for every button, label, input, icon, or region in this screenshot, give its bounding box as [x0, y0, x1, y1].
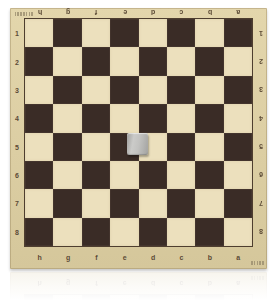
square-f5 [82, 133, 110, 161]
square-b7 [195, 189, 223, 217]
square-h3 [25, 76, 53, 104]
maker-mark-top-left [13, 12, 33, 16]
chessboard: hgfedcba hgfedcba 12345678 12345678 [10, 8, 267, 269]
file-label-d: d [139, 8, 167, 18]
maker-mark-bottom-right [251, 261, 265, 265]
square-d2 [139, 47, 167, 75]
square-e1 [110, 19, 138, 47]
rank-label-2: 2 [10, 48, 24, 76]
square-c6 [167, 161, 195, 189]
rank-label-3: 3 [255, 76, 267, 104]
square-f8 [82, 218, 110, 246]
rank-label-2: 2 [255, 48, 267, 76]
square-c3 [167, 76, 195, 104]
file-label-e: e [111, 248, 139, 267]
square-e2 [110, 47, 138, 75]
square-e4 [110, 104, 138, 132]
rank-label-6: 6 [255, 161, 267, 189]
square-c5 [167, 133, 195, 161]
rank-label-7: 7 [10, 190, 24, 218]
square-d1 [139, 19, 167, 47]
square-a1 [224, 19, 252, 47]
file-label-a: a [224, 8, 252, 18]
file-label-f: f [82, 8, 110, 18]
file-labels-top: hgfedcba [26, 8, 253, 18]
square-c2 [167, 47, 195, 75]
file-label-c: c [167, 8, 195, 18]
file-label-d: d [139, 248, 167, 267]
square-b8 [195, 218, 223, 246]
file-labels-bottom: hgfedcba [26, 248, 253, 267]
square-a7 [224, 189, 252, 217]
rank-label-5: 5 [10, 133, 24, 161]
square-h5 [25, 133, 53, 161]
square-g2 [53, 47, 81, 75]
file-label-c: c [167, 248, 195, 267]
square-d3 [139, 76, 167, 104]
square-g4 [53, 104, 81, 132]
rank-label-4: 4 [10, 105, 24, 133]
square-g8 [53, 218, 81, 246]
square-g1 [53, 19, 81, 47]
rank-label-7: 7 [255, 190, 267, 218]
square-b6 [195, 161, 223, 189]
file-label-g: g [54, 8, 82, 18]
square-d6 [139, 161, 167, 189]
square-b4 [195, 104, 223, 132]
square-c7 [167, 189, 195, 217]
square-f2 [82, 47, 110, 75]
file-label-e: e [111, 8, 139, 18]
square-g5 [53, 133, 81, 161]
square-f1 [82, 19, 110, 47]
square-h4 [25, 104, 53, 132]
square-d8 [139, 218, 167, 246]
square-c8 [167, 218, 195, 246]
square-a2 [224, 47, 252, 75]
square-e6 [110, 161, 138, 189]
square-g7 [53, 189, 81, 217]
square-h1 [25, 19, 53, 47]
rank-label-1: 1 [255, 20, 267, 48]
square-f7 [82, 189, 110, 217]
file-label-b: b [196, 8, 224, 18]
square-a5 [224, 133, 252, 161]
square-a3 [224, 76, 252, 104]
square-g3 [53, 76, 81, 104]
rank-label-8: 8 [10, 218, 24, 246]
square-c4 [167, 104, 195, 132]
rank-label-6: 6 [10, 161, 24, 189]
square-e3 [110, 76, 138, 104]
gray-token [127, 133, 148, 155]
square-e8 [110, 218, 138, 246]
square-c1 [167, 19, 195, 47]
rank-labels-right: 12345678 [255, 20, 267, 247]
square-h6 [25, 161, 53, 189]
file-label-f: f [82, 248, 110, 267]
square-a6 [224, 161, 252, 189]
file-label-g: g [54, 248, 82, 267]
file-label-b: b [196, 248, 224, 267]
square-f6 [82, 161, 110, 189]
square-h7 [25, 189, 53, 217]
rank-label-4: 4 [255, 105, 267, 133]
square-d4 [139, 104, 167, 132]
file-label-a: a [224, 248, 252, 267]
square-b2 [195, 47, 223, 75]
rank-label-5: 5 [255, 133, 267, 161]
file-label-h: h [26, 248, 54, 267]
square-b5 [195, 133, 223, 161]
rank-labels-left: 12345678 [10, 20, 24, 247]
board-reflection: hgfedcba hgfedcba 12345678 12345678 [10, 272, 267, 300]
square-e7 [110, 189, 138, 217]
square-d7 [139, 189, 167, 217]
square-a8 [224, 218, 252, 246]
square-f4 [82, 104, 110, 132]
rank-label-3: 3 [10, 76, 24, 104]
square-h8 [25, 218, 53, 246]
square-h2 [25, 47, 53, 75]
rank-label-8: 8 [255, 218, 267, 246]
square-g6 [53, 161, 81, 189]
rank-label-1: 1 [10, 20, 24, 48]
square-f3 [82, 76, 110, 104]
square-b3 [195, 76, 223, 104]
product-photo: hgfedcba hgfedcba 12345678 12345678 hgfe… [0, 0, 276, 300]
square-a4 [224, 104, 252, 132]
square-b1 [195, 19, 223, 47]
